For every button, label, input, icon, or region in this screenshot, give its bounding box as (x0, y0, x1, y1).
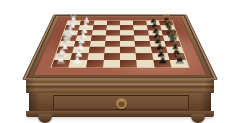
square-e6 (134, 35, 149, 41)
piece-black-pawn: ♟ (154, 54, 171, 65)
piece-black-rook: ♜ (171, 53, 188, 66)
square-b3 (87, 53, 104, 60)
case-top-molding (26, 79, 214, 93)
chess-set-product-photo: ♜♟♟♜♞♟♟♞♝♟♟♝♚♟♟♚♛♟♟♛♝♟♟♝♞♟♟♞♜♟♟♜ (0, 0, 240, 123)
case-foot-right (191, 114, 205, 123)
square-a7: ♟ (153, 60, 171, 67)
drawer-front-panel (53, 95, 189, 110)
case-foot-left (38, 114, 52, 123)
square-a6 (136, 60, 154, 67)
square-a4 (103, 60, 120, 67)
square-e5 (120, 35, 135, 41)
case-base-molding (26, 111, 214, 117)
case-drawer (29, 93, 211, 111)
square-b5 (120, 53, 136, 60)
square-b4 (104, 53, 120, 60)
square-e4 (105, 35, 120, 41)
piece-white-rook: ♜ (52, 53, 69, 66)
square-a2: ♟ (69, 60, 87, 67)
square-a3 (86, 60, 104, 67)
board-burl-border: ♜♟♟♜♞♟♟♞♝♟♟♝♚♟♟♚♛♟♟♛♝♟♟♝♞♟♟♞♜♟♟♜ (33, 17, 207, 76)
square-a8: ♜ (169, 60, 188, 67)
board-grid: ♜♟♟♜♞♟♟♞♝♟♟♝♚♟♟♚♛♟♟♛♝♟♟♝♞♟♟♞♜♟♟♜ (50, 21, 189, 68)
square-a5 (120, 60, 137, 67)
piece-white-pawn: ♟ (69, 54, 86, 65)
chess-board: ♜♟♟♜♞♟♟♞♝♟♟♝♚♟♟♚♛♟♟♛♝♟♟♝♞♟♟♞♜♟♟♜ (22, 14, 218, 80)
board-frame: ♜♟♟♜♞♟♟♞♝♟♟♝♚♟♟♚♛♟♟♛♝♟♟♝♞♟♟♞♜♟♟♜ (22, 14, 218, 80)
square-b6 (136, 53, 153, 60)
drawer-pull-ring (116, 98, 127, 109)
square-e3 (90, 35, 105, 41)
